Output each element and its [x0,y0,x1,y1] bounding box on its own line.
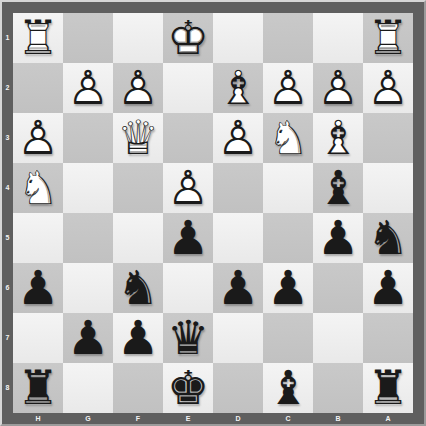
square-c4[interactable] [263,163,313,213]
piece-black-pawn[interactable]: ♟ [313,213,363,263]
black-rook-icon: ♜ [13,363,63,413]
piece-black-rook[interactable]: ♜ [13,363,63,413]
square-h7[interactable] [13,313,63,363]
square-f8[interactable] [113,363,163,413]
black-pawn-icon: ♟ [263,263,313,313]
piece-white-pawn[interactable]: ♟♙ [113,63,163,113]
piece-black-knight[interactable]: ♞ [363,213,413,263]
square-g4[interactable] [63,163,113,213]
square-d4[interactable] [213,163,263,213]
square-e3[interactable] [163,113,213,163]
square-h2[interactable] [13,63,63,113]
square-a7[interactable] [363,313,413,363]
square-g8[interactable] [63,363,113,413]
square-a3[interactable] [363,113,413,163]
square-e5[interactable]: ♟ [163,213,213,263]
piece-white-pawn[interactable]: ♟♙ [163,163,213,213]
square-d6[interactable]: ♟ [213,263,263,313]
square-f1[interactable] [113,13,163,63]
file-label-e: E [163,413,213,424]
square-f7[interactable]: ♟ [113,313,163,363]
square-g3[interactable] [63,113,113,163]
square-c5[interactable] [263,213,313,263]
chess-board-frame: ♜♖♚♔♜♖♟♙♟♙♝♗♟♙♟♙♟♙♟♙♛♕♟♙♞♘♝♗♞♘♟♙♝♟♟♞♟♞♟♟… [0,0,426,426]
square-f3[interactable]: ♛♕ [113,113,163,163]
square-b4[interactable]: ♝ [313,163,363,213]
square-d8[interactable] [213,363,263,413]
white-knight-outline-icon: ♘ [13,163,63,213]
piece-black-pawn[interactable]: ♟ [213,263,263,313]
square-e7[interactable]: ♛ [163,313,213,363]
piece-white-rook[interactable]: ♜♖ [363,13,413,63]
piece-white-king[interactable]: ♚♔ [163,13,213,63]
square-a1[interactable]: ♜♖ [363,13,413,63]
square-e1[interactable]: ♚♔ [163,13,213,63]
piece-black-knight[interactable]: ♞ [113,263,163,313]
square-d1[interactable] [213,13,263,63]
square-c1[interactable] [263,13,313,63]
piece-white-pawn[interactable]: ♟♙ [263,63,313,113]
rank-label-6: 6 [2,263,13,313]
square-b7[interactable] [313,313,363,363]
piece-black-pawn[interactable]: ♟ [13,263,63,313]
square-e2[interactable] [163,63,213,113]
square-f5[interactable] [113,213,163,263]
black-bishop-icon: ♝ [313,163,363,213]
black-bishop-icon: ♝ [263,363,313,413]
piece-white-knight[interactable]: ♞♘ [263,113,313,163]
square-h6[interactable]: ♟ [13,263,63,313]
piece-black-pawn[interactable]: ♟ [113,313,163,363]
square-d2[interactable]: ♝♗ [213,63,263,113]
piece-black-queen[interactable]: ♛ [163,313,213,363]
square-g1[interactable] [63,13,113,63]
square-d7[interactable] [213,313,263,363]
square-a4[interactable] [363,163,413,213]
white-knight-outline-icon: ♘ [263,113,313,163]
white-pawn-outline-icon: ♙ [313,63,363,113]
square-h4[interactable]: ♞♘ [13,163,63,213]
square-g6[interactable] [63,263,113,313]
square-g7[interactable]: ♟ [63,313,113,363]
white-king-outline-icon: ♔ [163,13,213,63]
piece-white-pawn[interactable]: ♟♙ [13,113,63,163]
piece-black-pawn[interactable]: ♟ [63,313,113,363]
piece-black-rook[interactable]: ♜ [363,363,413,413]
square-b5[interactable]: ♟ [313,213,363,263]
square-c6[interactable]: ♟ [263,263,313,313]
file-label-h: H [13,413,63,424]
square-c2[interactable]: ♟♙ [263,63,313,113]
square-a8[interactable]: ♜ [363,363,413,413]
piece-white-pawn[interactable]: ♟♙ [363,63,413,113]
square-g5[interactable] [63,213,113,263]
square-c3[interactable]: ♞♘ [263,113,313,163]
square-e6[interactable] [163,263,213,313]
square-h3[interactable]: ♟♙ [13,113,63,163]
piece-black-pawn[interactable]: ♟ [263,263,313,313]
square-f4[interactable] [113,163,163,213]
white-pawn-outline-icon: ♙ [163,163,213,213]
white-rook-outline-icon: ♖ [363,13,413,63]
square-f6[interactable]: ♞ [113,263,163,313]
square-a5[interactable]: ♞ [363,213,413,263]
square-f2[interactable]: ♟♙ [113,63,163,113]
square-c8[interactable]: ♝ [263,363,313,413]
black-knight-icon: ♞ [363,213,413,263]
square-b8[interactable] [313,363,363,413]
chess-board[interactable]: ♜♖♚♔♜♖♟♙♟♙♝♗♟♙♟♙♟♙♟♙♛♕♟♙♞♘♝♗♞♘♟♙♝♟♟♞♟♞♟♟… [13,13,413,413]
rank-label-3: 3 [2,113,13,163]
rank-label-2: 2 [2,63,13,113]
piece-white-bishop[interactable]: ♝♗ [313,113,363,163]
file-label-a: A [363,413,413,424]
black-pawn-icon: ♟ [313,213,363,263]
black-pawn-icon: ♟ [213,263,263,313]
square-b2[interactable]: ♟♙ [313,63,363,113]
square-c7[interactable] [263,313,313,363]
white-pawn-outline-icon: ♙ [13,113,63,163]
piece-white-queen[interactable]: ♛♕ [113,113,163,163]
black-knight-icon: ♞ [113,263,163,313]
rank-label-1: 1 [2,13,13,63]
black-pawn-icon: ♟ [363,263,413,313]
rank-label-5: 5 [2,213,13,263]
file-label-f: F [113,413,163,424]
square-a2[interactable]: ♟♙ [363,63,413,113]
square-d3[interactable]: ♟♙ [213,113,263,163]
square-h8[interactable]: ♜ [13,363,63,413]
piece-white-pawn[interactable]: ♟♙ [63,63,113,113]
square-d5[interactable] [213,213,263,263]
white-rook-outline-icon: ♖ [13,13,63,63]
white-pawn-outline-icon: ♙ [263,63,313,113]
rank-label-7: 7 [2,313,13,363]
square-e8[interactable]: ♚ [163,363,213,413]
white-bishop-outline-icon: ♗ [313,113,363,163]
square-e4[interactable]: ♟♙ [163,163,213,213]
square-a6[interactable]: ♟ [363,263,413,313]
white-pawn-outline-icon: ♙ [363,63,413,113]
square-b6[interactable] [313,263,363,313]
black-pawn-icon: ♟ [13,263,63,313]
file-label-c: C [263,413,313,424]
white-pawn-outline-icon: ♙ [63,63,113,113]
file-label-b: B [313,413,363,424]
piece-black-bishop[interactable]: ♝ [263,363,313,413]
piece-white-pawn[interactable]: ♟♙ [313,63,363,113]
piece-white-rook[interactable]: ♜♖ [13,13,63,63]
white-pawn-outline-icon: ♙ [213,113,263,163]
black-pawn-icon: ♟ [113,313,163,363]
black-pawn-icon: ♟ [163,213,213,263]
black-pawn-icon: ♟ [63,313,113,363]
piece-white-pawn[interactable]: ♟♙ [213,113,263,163]
rank-label-8: 8 [2,363,13,413]
square-h5[interactable] [13,213,63,263]
piece-black-pawn[interactable]: ♟ [163,213,213,263]
file-label-g: G [63,413,113,424]
square-b3[interactable]: ♝♗ [313,113,363,163]
square-b1[interactable] [313,13,363,63]
piece-black-bishop[interactable]: ♝ [313,163,363,213]
piece-white-bishop[interactable]: ♝♗ [213,63,263,113]
black-king-icon: ♚ [163,363,213,413]
piece-black-king[interactable]: ♚ [163,363,213,413]
rank-label-4: 4 [2,163,13,213]
square-g2[interactable]: ♟♙ [63,63,113,113]
piece-white-knight[interactable]: ♞♘ [13,163,63,213]
black-queen-icon: ♛ [163,313,213,363]
white-bishop-outline-icon: ♗ [213,63,263,113]
white-queen-outline-icon: ♕ [113,113,163,163]
black-rook-icon: ♜ [363,363,413,413]
file-label-d: D [213,413,263,424]
white-pawn-outline-icon: ♙ [113,63,163,113]
piece-black-pawn[interactable]: ♟ [363,263,413,313]
square-h1[interactable]: ♜♖ [13,13,63,63]
